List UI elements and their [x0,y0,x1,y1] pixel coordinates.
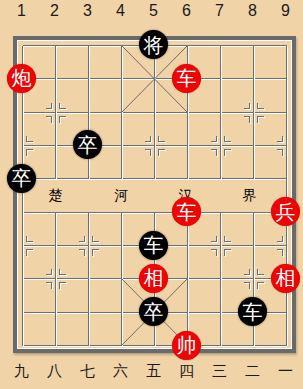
file-label: 一 [269,362,302,381]
file-label: 5 [137,2,170,20]
piece-red-elephant[interactable]: 相 [139,264,168,293]
piece-black-chariot[interactable]: 车 [139,231,168,260]
piece-black-chariot[interactable]: 车 [238,297,267,326]
file-label: 五 [137,362,170,381]
piece-red-general[interactable]: 帅 [172,331,201,360]
file-label: 九 [5,362,38,381]
piece-red-chariot[interactable]: 车 [172,64,201,93]
piece-black-general[interactable]: 将 [139,30,168,59]
file-label: 4 [104,2,137,20]
file-label: 8 [236,2,269,20]
piece-red-soldier[interactable]: 兵 [271,197,300,226]
file-label: 八 [38,362,71,381]
xiangqi-board-app: 1 2 3 4 5 6 7 8 9 楚 河 汉 界 将炮车卒卒车兵车相相卒车帅 … [0,0,303,389]
piece-black-soldier[interactable]: 卒 [73,130,102,159]
file-label: 6 [170,2,203,20]
file-label: 2 [38,2,71,20]
piece-red-elephant[interactable]: 相 [271,264,300,293]
file-label: 7 [203,2,236,20]
piece-red-chariot[interactable]: 车 [172,197,201,226]
file-label: 1 [5,2,38,20]
file-label: 3 [71,2,104,20]
file-label: 七 [71,362,104,381]
file-label: 二 [236,362,269,381]
piece-black-soldier[interactable]: 卒 [139,297,168,326]
top-coordinates: 1 2 3 4 5 6 7 8 9 [5,2,302,20]
bottom-coordinates: 九 八 七 六 五 四 三 二 一 [5,362,302,381]
board-grid[interactable]: 将炮车卒卒车兵车相相卒车帅 [5,28,302,362]
piece-red-cannon[interactable]: 炮 [7,64,36,93]
file-label: 六 [104,362,137,381]
file-label: 9 [269,2,302,20]
file-label: 四 [170,362,203,381]
file-label: 三 [203,362,236,381]
piece-black-soldier[interactable]: 卒 [7,164,36,193]
